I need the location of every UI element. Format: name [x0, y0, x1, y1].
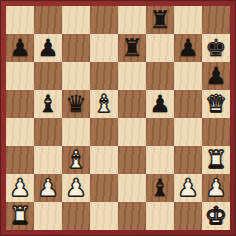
- black-pawn-piece[interactable]: ♟: [149, 92, 171, 116]
- square-f4[interactable]: [146, 118, 174, 146]
- square-c1[interactable]: [62, 202, 90, 230]
- square-g5[interactable]: [174, 90, 202, 118]
- square-b1[interactable]: [34, 202, 62, 230]
- square-b2[interactable]: ♟: [34, 174, 62, 202]
- square-e5[interactable]: [118, 90, 146, 118]
- square-d4[interactable]: [90, 118, 118, 146]
- square-b5[interactable]: ♝: [34, 90, 62, 118]
- square-h4[interactable]: [202, 118, 230, 146]
- square-c7[interactable]: [62, 34, 90, 62]
- square-b6[interactable]: [34, 62, 62, 90]
- square-a8[interactable]: [6, 6, 34, 34]
- square-a4[interactable]: [6, 118, 34, 146]
- square-d2[interactable]: [90, 174, 118, 202]
- white-queen-piece[interactable]: ♛: [205, 92, 227, 116]
- square-f6[interactable]: [146, 62, 174, 90]
- square-c5[interactable]: ♛: [62, 90, 90, 118]
- square-d5[interactable]: ♝: [90, 90, 118, 118]
- black-rook-piece[interactable]: ♜: [149, 8, 171, 32]
- white-bishop-piece[interactable]: ♝: [93, 92, 115, 116]
- square-d8[interactable]: [90, 6, 118, 34]
- square-h7[interactable]: ♚: [202, 34, 230, 62]
- square-b7[interactable]: ♟: [34, 34, 62, 62]
- white-rook-piece[interactable]: ♜: [9, 204, 31, 228]
- chess-board: ♜♟♟♜♟♚♟♝♛♝♟♛♝♜♟♟♟♝♟♟♜♚: [6, 6, 230, 230]
- square-e8[interactable]: [118, 6, 146, 34]
- square-h1[interactable]: ♚: [202, 202, 230, 230]
- square-c8[interactable]: [62, 6, 90, 34]
- black-pawn-piece[interactable]: ♟: [9, 36, 31, 60]
- square-a7[interactable]: ♟: [6, 34, 34, 62]
- square-a2[interactable]: ♟: [6, 174, 34, 202]
- square-f8[interactable]: ♜: [146, 6, 174, 34]
- square-d1[interactable]: [90, 202, 118, 230]
- square-b3[interactable]: [34, 146, 62, 174]
- white-pawn-piece[interactable]: ♟: [37, 176, 59, 200]
- black-queen-piece[interactable]: ♛: [65, 92, 87, 116]
- black-pawn-piece[interactable]: ♟: [177, 36, 199, 60]
- black-king-piece[interactable]: ♚: [205, 36, 227, 60]
- square-g2[interactable]: ♟: [174, 174, 202, 202]
- square-h6[interactable]: ♟: [202, 62, 230, 90]
- black-pawn-piece[interactable]: ♟: [37, 36, 59, 60]
- white-pawn-piece[interactable]: ♟: [9, 176, 31, 200]
- square-f7[interactable]: [146, 34, 174, 62]
- square-e2[interactable]: [118, 174, 146, 202]
- square-g7[interactable]: ♟: [174, 34, 202, 62]
- white-rook-piece[interactable]: ♜: [205, 148, 227, 172]
- square-d3[interactable]: [90, 146, 118, 174]
- black-bishop-piece[interactable]: ♝: [37, 92, 59, 116]
- square-e1[interactable]: [118, 202, 146, 230]
- square-g3[interactable]: [174, 146, 202, 174]
- white-king-piece[interactable]: ♚: [205, 204, 227, 228]
- square-a3[interactable]: [6, 146, 34, 174]
- square-b8[interactable]: [34, 6, 62, 34]
- white-pawn-piece[interactable]: ♟: [205, 176, 227, 200]
- square-a1[interactable]: ♜: [6, 202, 34, 230]
- square-f2[interactable]: ♝: [146, 174, 174, 202]
- square-a6[interactable]: [6, 62, 34, 90]
- square-b4[interactable]: [34, 118, 62, 146]
- square-c6[interactable]: [62, 62, 90, 90]
- white-pawn-piece[interactable]: ♟: [65, 176, 87, 200]
- square-g8[interactable]: [174, 6, 202, 34]
- square-c2[interactable]: ♟: [62, 174, 90, 202]
- black-rook-piece[interactable]: ♜: [121, 36, 143, 60]
- square-h2[interactable]: ♟: [202, 174, 230, 202]
- square-h3[interactable]: ♜: [202, 146, 230, 174]
- square-h8[interactable]: [202, 6, 230, 34]
- square-c4[interactable]: [62, 118, 90, 146]
- square-g4[interactable]: [174, 118, 202, 146]
- square-g1[interactable]: [174, 202, 202, 230]
- square-d7[interactable]: [90, 34, 118, 62]
- square-f5[interactable]: ♟: [146, 90, 174, 118]
- square-a5[interactable]: [6, 90, 34, 118]
- square-d6[interactable]: [90, 62, 118, 90]
- black-pawn-piece[interactable]: ♟: [205, 64, 227, 88]
- square-e7[interactable]: ♜: [118, 34, 146, 62]
- square-g6[interactable]: [174, 62, 202, 90]
- square-e6[interactable]: [118, 62, 146, 90]
- white-bishop-piece[interactable]: ♝: [65, 148, 87, 172]
- square-f1[interactable]: [146, 202, 174, 230]
- square-c3[interactable]: ♝: [62, 146, 90, 174]
- square-e3[interactable]: [118, 146, 146, 174]
- square-e4[interactable]: [118, 118, 146, 146]
- square-f3[interactable]: [146, 146, 174, 174]
- white-pawn-piece[interactable]: ♟: [177, 176, 199, 200]
- board-frame: ♜♟♟♜♟♚♟♝♛♝♟♛♝♜♟♟♟♝♟♟♜♚: [0, 0, 236, 236]
- black-bishop-piece[interactable]: ♝: [149, 176, 171, 200]
- square-h5[interactable]: ♛: [202, 90, 230, 118]
